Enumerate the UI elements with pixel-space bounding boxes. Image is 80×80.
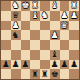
white-knight-piece: ♞ [12,1,20,10]
square-a4[interactable] [69,30,79,40]
black-king-piece: ♚ [51,70,59,79]
black-knight-piece: ♞ [12,31,20,40]
square-e1[interactable]: ♜ [30,1,40,11]
square-c7[interactable]: ♟ [50,60,60,70]
square-f6[interactable] [21,50,31,60]
square-e4[interactable] [30,30,40,40]
square-b7[interactable]: ♟ [60,60,70,70]
square-e6[interactable] [30,50,40,60]
black-rook-piece: ♜ [41,70,49,79]
square-g7[interactable]: ♟ [11,60,21,70]
square-g3[interactable]: ♟ [11,21,21,31]
white-pawn-piece: ♟ [60,11,68,20]
square-c4[interactable]: ♟ [50,30,60,40]
square-d8[interactable]: ♜ [40,69,50,79]
square-a5[interactable] [69,40,79,50]
square-b4[interactable] [60,30,70,40]
white-queen-piece: ♛ [60,21,68,30]
square-a8[interactable] [69,69,79,79]
white-pawn-piece: ♟ [12,21,20,30]
white-rook-piece: ♜ [70,1,78,10]
square-f4[interactable] [21,30,31,40]
square-f2[interactable] [21,11,31,21]
black-queen-piece: ♛ [12,11,20,20]
square-f1[interactable]: ♚ [21,1,31,11]
white-pawn-piece: ♟ [70,11,78,20]
square-a6[interactable] [69,50,79,60]
square-h1[interactable] [1,1,11,11]
white-knight-piece: ♞ [41,11,49,20]
black-pawn-piece: ♟ [2,60,10,69]
square-e3[interactable] [30,21,40,31]
square-e7[interactable] [30,60,40,70]
square-g2[interactable]: ♛ [11,11,21,21]
square-g8[interactable] [11,69,21,79]
square-e8[interactable]: ♜ [30,69,40,79]
white-bishop-piece: ♝ [31,11,39,20]
square-c3[interactable] [50,21,60,31]
square-g5[interactable] [11,40,21,50]
square-c1[interactable]: ♝ [50,1,60,11]
square-f7[interactable]: ♟ [21,60,31,70]
white-rook-piece: ♜ [31,1,39,10]
square-a7[interactable]: ♟ [69,60,79,70]
square-d3[interactable] [40,21,50,31]
black-pawn-piece: ♟ [70,60,78,69]
square-h7[interactable]: ♟ [1,60,11,70]
square-h2[interactable] [1,11,11,21]
square-f5[interactable] [21,40,31,50]
square-c8[interactable]: ♚ [50,69,60,79]
black-pawn-piece: ♟ [12,60,20,69]
square-g6[interactable] [11,50,21,60]
square-d1[interactable] [40,1,50,11]
square-b3[interactable]: ♛ [60,21,70,31]
square-c5[interactable] [50,40,60,50]
square-a2[interactable]: ♟ [69,11,79,21]
square-f8[interactable] [21,69,31,79]
white-pawn-piece: ♟ [51,31,59,40]
square-g4[interactable]: ♞ [11,30,21,40]
square-b1[interactable] [60,1,70,11]
white-bishop-piece: ♝ [51,1,59,10]
square-h5[interactable] [1,40,11,50]
square-d4[interactable] [40,30,50,40]
black-bishop-piece: ♝ [51,50,59,59]
square-d7[interactable] [40,60,50,70]
black-pawn-piece: ♟ [51,60,59,69]
square-d5[interactable] [40,40,50,50]
square-b2[interactable]: ♟ [60,11,70,21]
square-f3[interactable] [21,21,31,31]
square-a3[interactable] [69,21,79,31]
square-a1[interactable]: ♜ [69,1,79,11]
chess-board: ♞♚♜♝♜♛♝♞♟♟♟♛♞♟♝♟♟♟♟♟♟♜♜♚ [0,0,80,80]
black-pawn-piece: ♟ [21,60,29,69]
square-b6[interactable] [60,50,70,60]
square-h6[interactable] [1,50,11,60]
square-c6[interactable]: ♝ [50,50,60,60]
square-b8[interactable] [60,69,70,79]
square-h8[interactable] [1,69,11,79]
black-pawn-piece: ♟ [60,60,68,69]
square-e5[interactable] [30,40,40,50]
square-h3[interactable] [1,21,11,31]
square-e2[interactable]: ♝ [30,11,40,21]
black-rook-piece: ♜ [31,70,39,79]
square-b5[interactable] [60,40,70,50]
white-king-piece: ♚ [21,1,29,10]
square-c2[interactable] [50,11,60,21]
square-g1[interactable]: ♞ [11,1,21,11]
square-d2[interactable]: ♞ [40,11,50,21]
square-d6[interactable] [40,50,50,60]
square-h4[interactable] [1,30,11,40]
